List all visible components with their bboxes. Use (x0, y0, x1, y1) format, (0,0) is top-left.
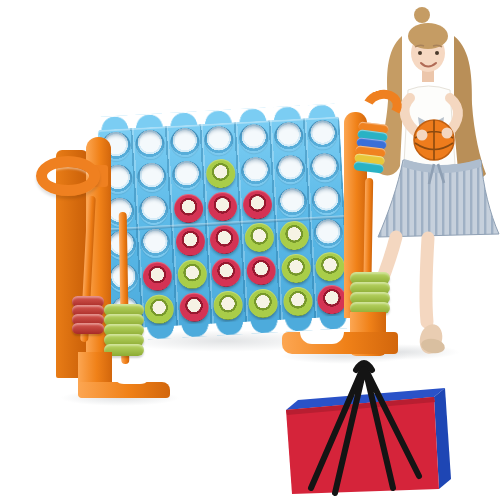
board-cell-r5c4 (209, 255, 245, 290)
disc-red (142, 261, 173, 292)
board-cell-r4c3 (172, 224, 208, 259)
disc-red (246, 255, 277, 286)
green-ring-stack-right (350, 274, 390, 314)
hole-empty (313, 218, 344, 249)
hole-empty (273, 121, 304, 152)
hole-empty (311, 185, 342, 216)
hanging-rings (353, 122, 389, 173)
board-cell-r5c6 (278, 251, 314, 286)
disc-red (242, 189, 273, 220)
left-foot-arch (112, 372, 152, 384)
board-cell-r3c2 (136, 193, 172, 228)
board-cell-r5c5 (243, 253, 279, 288)
board-cell-r2c3 (169, 158, 205, 193)
board-cell-r1c6 (270, 119, 306, 154)
hole-empty (239, 123, 270, 154)
board-cell-r2c4 (203, 156, 239, 191)
disc-red (317, 284, 348, 315)
board-cell-r1c7 (305, 117, 341, 152)
hole-empty (309, 153, 340, 184)
board-cell-r3c7 (308, 183, 344, 218)
carrying-bag (265, 355, 465, 500)
board-cell-r5c2 (140, 259, 176, 294)
board-cell-r6c4 (210, 288, 246, 323)
disc-green (280, 253, 311, 284)
hole-empty (139, 195, 170, 226)
hole-empty (308, 120, 339, 151)
board-cell-r1c2 (132, 127, 168, 162)
hole-empty (141, 228, 172, 259)
disc-red (208, 191, 239, 222)
board-cell-r2c6 (272, 152, 308, 187)
disc-green (282, 286, 313, 317)
left-eye (418, 51, 422, 55)
hole-empty (240, 156, 271, 187)
hole-empty (204, 125, 235, 156)
right-eye (435, 51, 439, 55)
board-cell-r5c3 (174, 257, 210, 292)
basketball-hoop (36, 156, 100, 196)
disc-green (244, 222, 275, 253)
board-cell-r4c2 (138, 226, 174, 261)
hair-bun (414, 7, 430, 23)
board-cell-r1c4 (201, 123, 237, 158)
disc-green (248, 288, 279, 319)
board-cell-r3c4 (205, 189, 241, 224)
disc-red (179, 292, 210, 323)
board-cell-r1c3 (167, 125, 203, 160)
board-cell-r3c6 (274, 185, 310, 220)
board-cell-r2c2 (134, 160, 170, 195)
red-ring-stack (72, 298, 104, 334)
board-cell-r6c3 (176, 290, 212, 325)
hole-empty (275, 154, 306, 185)
board-cell-r4c5 (241, 220, 277, 255)
disc-green (206, 158, 237, 189)
hair-fringe (408, 23, 448, 49)
board-cell-r2c5 (238, 154, 274, 189)
hole-empty (277, 187, 308, 218)
board-cell-r3c5 (239, 187, 275, 222)
disc-red (211, 257, 242, 288)
board-cell-r1c5 (236, 121, 272, 156)
board-cell-r4c7 (310, 216, 346, 251)
disc-red (175, 226, 206, 257)
board-cell-r3c3 (170, 191, 206, 226)
right-foot-arch (300, 332, 344, 344)
board-cell-r2c7 (307, 150, 343, 185)
hole-empty (135, 129, 166, 160)
toss-ring-red (72, 323, 104, 334)
hole-empty (171, 160, 202, 191)
product-photo-scene (0, 0, 500, 500)
hole-empty (137, 162, 168, 193)
board-cell-r6c5 (245, 286, 281, 321)
disc-green (213, 290, 244, 321)
disc-red (210, 224, 241, 255)
right-leg (426, 238, 428, 322)
left-foot-base (78, 382, 170, 398)
disc-green (315, 251, 346, 282)
disc-green (177, 259, 208, 290)
right-hand (442, 128, 453, 139)
green-ring-stack-left (104, 306, 144, 356)
board-cell-r6c6 (279, 284, 315, 319)
hole-empty (170, 127, 201, 158)
disc-red (173, 193, 204, 224)
board-cell-r4c6 (276, 218, 312, 253)
disc-green (279, 220, 310, 251)
board-cell-r6c2 (141, 292, 177, 327)
board-cell-r4c4 (207, 222, 243, 257)
disc-green (144, 294, 175, 325)
left-hand (417, 130, 428, 141)
